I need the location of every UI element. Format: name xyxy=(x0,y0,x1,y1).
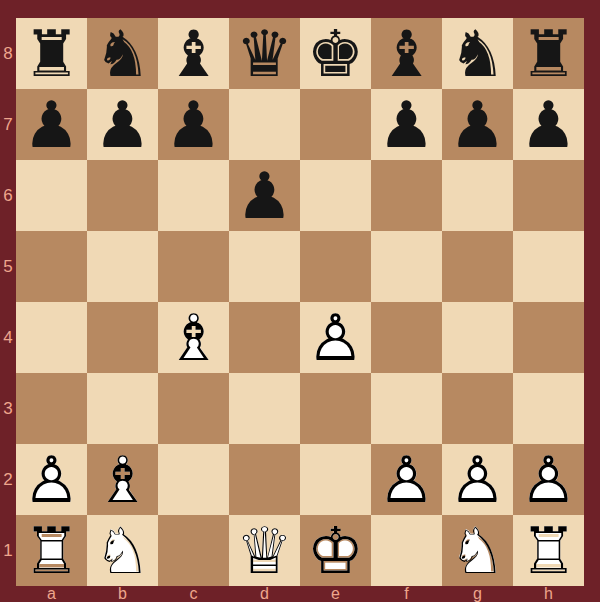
rank-label-3: 3 xyxy=(0,373,16,444)
square-d5[interactable] xyxy=(229,231,300,302)
piece-white-rook[interactable]: ♜ xyxy=(16,515,87,586)
piece-white-king-outline: ♔ xyxy=(300,515,371,586)
square-d3[interactable] xyxy=(229,373,300,444)
square-h4[interactable] xyxy=(513,302,584,373)
square-g1[interactable]: ♞♘ xyxy=(442,515,513,586)
piece-white-pawn[interactable]: ♟ xyxy=(16,444,87,515)
square-a7[interactable]: ♟ xyxy=(16,89,87,160)
square-b8[interactable]: ♞ xyxy=(87,18,158,89)
piece-white-pawn-outline: ♙ xyxy=(371,444,442,515)
square-c4[interactable]: ♝♗ xyxy=(158,302,229,373)
square-b2[interactable]: ♝♗ xyxy=(87,444,158,515)
piece-white-rook[interactable]: ♜ xyxy=(513,515,584,586)
piece-black-bishop[interactable]: ♝ xyxy=(158,18,229,89)
square-e8[interactable]: ♚ xyxy=(300,18,371,89)
file-label-c: c xyxy=(158,586,229,602)
square-e5[interactable] xyxy=(300,231,371,302)
square-a5[interactable] xyxy=(16,231,87,302)
piece-black-rook[interactable]: ♜ xyxy=(513,18,584,89)
piece-white-knight[interactable]: ♞ xyxy=(87,515,158,586)
square-c3[interactable] xyxy=(158,373,229,444)
square-g6[interactable] xyxy=(442,160,513,231)
square-d1[interactable]: ♛♕ xyxy=(229,515,300,586)
piece-white-pawn[interactable]: ♟ xyxy=(300,302,371,373)
board-frame: 87654321 abcdefgh ♜♞♝♛♚♝♞♜♟♟♟♟♟♟♟♝♗♟♙♟♙♝… xyxy=(0,0,600,602)
square-c5[interactable] xyxy=(158,231,229,302)
square-e7[interactable] xyxy=(300,89,371,160)
file-labels: abcdefgh xyxy=(16,586,584,602)
square-c8[interactable]: ♝ xyxy=(158,18,229,89)
piece-white-pawn[interactable]: ♟ xyxy=(371,444,442,515)
square-e6[interactable] xyxy=(300,160,371,231)
square-g2[interactable]: ♟♙ xyxy=(442,444,513,515)
square-f2[interactable]: ♟♙ xyxy=(371,444,442,515)
rank-label-1: 1 xyxy=(0,515,16,586)
piece-black-pawn[interactable]: ♟ xyxy=(442,89,513,160)
file-label-h: h xyxy=(513,586,584,602)
file-label-g: g xyxy=(442,586,513,602)
piece-black-bishop[interactable]: ♝ xyxy=(371,18,442,89)
rank-labels: 87654321 xyxy=(0,18,16,586)
rank-label-2: 2 xyxy=(0,444,16,515)
square-g5[interactable] xyxy=(442,231,513,302)
square-a3[interactable] xyxy=(16,373,87,444)
square-h6[interactable] xyxy=(513,160,584,231)
piece-black-pawn[interactable]: ♟ xyxy=(16,89,87,160)
square-e3[interactable] xyxy=(300,373,371,444)
piece-black-queen[interactable]: ♛ xyxy=(229,18,300,89)
file-label-f: f xyxy=(371,586,442,602)
square-h1[interactable]: ♜♖ xyxy=(513,515,584,586)
square-b6[interactable] xyxy=(87,160,158,231)
square-b3[interactable] xyxy=(87,373,158,444)
rank-label-6: 6 xyxy=(0,160,16,231)
square-d4[interactable] xyxy=(229,302,300,373)
rank-label-7: 7 xyxy=(0,89,16,160)
square-f8[interactable]: ♝ xyxy=(371,18,442,89)
square-f3[interactable] xyxy=(371,373,442,444)
piece-black-king[interactable]: ♚ xyxy=(300,18,371,89)
square-g7[interactable]: ♟ xyxy=(442,89,513,160)
piece-white-bishop[interactable]: ♝ xyxy=(158,302,229,373)
file-label-e: e xyxy=(300,586,371,602)
file-label-b: b xyxy=(87,586,158,602)
rank-label-8: 8 xyxy=(0,18,16,89)
square-h7[interactable]: ♟ xyxy=(513,89,584,160)
piece-white-pawn[interactable]: ♟ xyxy=(513,444,584,515)
piece-black-pawn[interactable]: ♟ xyxy=(513,89,584,160)
file-label-d: d xyxy=(229,586,300,602)
piece-white-queen-outline: ♕ xyxy=(229,515,300,586)
piece-white-bishop-outline: ♗ xyxy=(87,444,158,515)
square-a8[interactable]: ♜ xyxy=(16,18,87,89)
square-f4[interactable] xyxy=(371,302,442,373)
square-b7[interactable]: ♟ xyxy=(87,89,158,160)
piece-black-knight[interactable]: ♞ xyxy=(442,18,513,89)
piece-black-knight[interactable]: ♞ xyxy=(87,18,158,89)
piece-white-king[interactable]: ♚ xyxy=(300,515,371,586)
square-f6[interactable] xyxy=(371,160,442,231)
piece-white-pawn-outline: ♙ xyxy=(513,444,584,515)
board: ♜♞♝♛♚♝♞♜♟♟♟♟♟♟♟♝♗♟♙♟♙♝♗♟♙♟♙♟♙♜♖♞♘♛♕♚♔♞♘♜… xyxy=(16,18,584,586)
square-f5[interactable] xyxy=(371,231,442,302)
piece-white-bishop-outline: ♗ xyxy=(158,302,229,373)
square-b4[interactable] xyxy=(87,302,158,373)
piece-white-pawn[interactable]: ♟ xyxy=(442,444,513,515)
rank-label-4: 4 xyxy=(0,302,16,373)
square-g3[interactable] xyxy=(442,373,513,444)
square-b1[interactable]: ♞♘ xyxy=(87,515,158,586)
piece-white-knight-outline: ♘ xyxy=(87,515,158,586)
piece-white-knight-outline: ♘ xyxy=(442,515,513,586)
square-d8[interactable]: ♛ xyxy=(229,18,300,89)
file-label-a: a xyxy=(16,586,87,602)
square-c1[interactable] xyxy=(158,515,229,586)
square-a2[interactable]: ♟♙ xyxy=(16,444,87,515)
piece-black-pawn[interactable]: ♟ xyxy=(371,89,442,160)
piece-white-rook-outline: ♖ xyxy=(16,515,87,586)
square-h2[interactable]: ♟♙ xyxy=(513,444,584,515)
square-a6[interactable] xyxy=(16,160,87,231)
piece-black-rook[interactable]: ♜ xyxy=(16,18,87,89)
piece-white-pawn-outline: ♙ xyxy=(300,302,371,373)
piece-white-knight[interactable]: ♞ xyxy=(442,515,513,586)
square-c6[interactable] xyxy=(158,160,229,231)
square-a1[interactable]: ♜♖ xyxy=(16,515,87,586)
square-b5[interactable] xyxy=(87,231,158,302)
piece-white-pawn-outline: ♙ xyxy=(16,444,87,515)
square-d6[interactable]: ♟ xyxy=(229,160,300,231)
square-f7[interactable]: ♟ xyxy=(371,89,442,160)
piece-black-pawn[interactable]: ♟ xyxy=(229,160,300,231)
piece-black-pawn[interactable]: ♟ xyxy=(87,89,158,160)
square-h3[interactable] xyxy=(513,373,584,444)
square-g8[interactable]: ♞ xyxy=(442,18,513,89)
square-a4[interactable] xyxy=(16,302,87,373)
square-f1[interactable] xyxy=(371,515,442,586)
square-h5[interactable] xyxy=(513,231,584,302)
piece-black-pawn[interactable]: ♟ xyxy=(158,89,229,160)
rank-label-5: 5 xyxy=(0,231,16,302)
square-e4[interactable]: ♟♙ xyxy=(300,302,371,373)
square-e1[interactable]: ♚♔ xyxy=(300,515,371,586)
piece-white-pawn-outline: ♙ xyxy=(442,444,513,515)
piece-white-rook-outline: ♖ xyxy=(513,515,584,586)
square-d2[interactable] xyxy=(229,444,300,515)
piece-white-queen[interactable]: ♛ xyxy=(229,515,300,586)
square-d7[interactable] xyxy=(229,89,300,160)
square-c2[interactable] xyxy=(158,444,229,515)
piece-white-bishop[interactable]: ♝ xyxy=(87,444,158,515)
square-c7[interactable]: ♟ xyxy=(158,89,229,160)
square-e2[interactable] xyxy=(300,444,371,515)
square-g4[interactable] xyxy=(442,302,513,373)
square-h8[interactable]: ♜ xyxy=(513,18,584,89)
